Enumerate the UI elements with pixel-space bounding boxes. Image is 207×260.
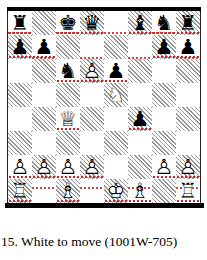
square-e2 [104, 155, 128, 179]
black-knight: ♞ [56, 59, 80, 83]
square-c5 [56, 83, 80, 107]
square-f2 [128, 155, 152, 179]
square-f6 [128, 59, 152, 83]
square-h4 [176, 107, 200, 131]
square-e1: ♚♔ [104, 179, 128, 203]
black-knight: ♞ [152, 11, 176, 35]
board-bottom-border [5, 203, 204, 208]
white-knight: ♘ [104, 83, 128, 107]
white-pawn: ♙ [80, 59, 104, 83]
black-bishop: ♝ [128, 11, 152, 35]
black-king: ♚ [56, 11, 80, 35]
square-h1: ♜♖ [176, 179, 200, 203]
square-d2: ♟♙ [80, 155, 104, 179]
square-g5 [152, 83, 176, 107]
square-h3 [176, 131, 200, 155]
square-c6: ♞ [56, 59, 80, 83]
square-f7 [128, 35, 152, 59]
square-g7: ♟ [152, 35, 176, 59]
black-pawn: ♟ [128, 107, 152, 131]
square-c8: ♚ [56, 11, 80, 35]
square-b6 [32, 59, 56, 83]
square-f5 [128, 83, 152, 107]
black-rook: ♜ [176, 11, 200, 35]
square-d4 [80, 107, 104, 131]
white-queen: ♕ [56, 107, 80, 131]
square-f4: ♟ [128, 107, 152, 131]
square-g8: ♞ [152, 11, 176, 35]
chess-board: ♜♚♛♝♞♜♟♟♟♟♞♟♙♟♞♘♛♕♟♟♙♟♙♟♙♟♙♟♙♟♙♜♖♝♗♚♔♝♗♜… [7, 11, 201, 203]
black-pawn: ♟ [152, 35, 176, 59]
white-rook: ♖ [176, 179, 200, 203]
white-pawn: ♙ [8, 155, 32, 179]
square-h7: ♟ [176, 35, 200, 59]
square-b4 [32, 107, 56, 131]
black-queen: ♛ [80, 11, 104, 35]
square-e3 [104, 131, 128, 155]
square-d6: ♟♙ [80, 59, 104, 83]
square-b7: ♟ [32, 35, 56, 59]
square-h6 [176, 59, 200, 83]
square-a2: ♟♙ [8, 155, 32, 179]
square-d1 [80, 179, 104, 203]
square-b1 [32, 179, 56, 203]
black-pawn: ♟ [176, 35, 200, 59]
black-pawn: ♟ [32, 35, 56, 59]
square-h8: ♜ [176, 11, 200, 35]
square-a5 [8, 83, 32, 107]
square-a1: ♜♖ [8, 179, 32, 203]
black-pawn: ♟ [8, 35, 32, 59]
square-c1: ♝♗ [56, 179, 80, 203]
square-h5 [176, 83, 200, 107]
square-g1 [152, 179, 176, 203]
square-b8 [32, 11, 56, 35]
caption: 15. White to move (1001W-705) [1, 234, 206, 250]
black-rook: ♜ [8, 11, 32, 35]
square-h2: ♟♙ [176, 155, 200, 179]
square-e8 [104, 11, 128, 35]
white-pawn: ♙ [32, 155, 56, 179]
square-c4: ♛♕ [56, 107, 80, 131]
white-bishop: ♗ [128, 179, 152, 203]
white-king: ♔ [104, 179, 128, 203]
white-rook: ♖ [8, 179, 32, 203]
square-a6 [8, 59, 32, 83]
square-b2: ♟♙ [32, 155, 56, 179]
square-a4 [8, 107, 32, 131]
square-e6: ♟ [104, 59, 128, 83]
square-e7 [104, 35, 128, 59]
square-e5: ♞♘ [104, 83, 128, 107]
square-a7: ♟ [8, 35, 32, 59]
white-pawn: ♙ [56, 155, 80, 179]
square-a3 [8, 131, 32, 155]
chess-diagram: ♜♚♛♝♞♜♟♟♟♟♞♟♙♟♞♘♛♕♟♟♙♟♙♟♙♟♙♟♙♟♙♜♖♝♗♚♔♝♗♜… [7, 7, 201, 208]
square-e4 [104, 107, 128, 131]
square-f3 [128, 131, 152, 155]
white-bishop: ♗ [56, 179, 80, 203]
square-d7 [80, 35, 104, 59]
white-pawn: ♙ [152, 155, 176, 179]
square-g4 [152, 107, 176, 131]
square-d5 [80, 83, 104, 107]
square-c7 [56, 35, 80, 59]
white-pawn: ♙ [176, 155, 200, 179]
square-g3 [152, 131, 176, 155]
square-d3 [80, 131, 104, 155]
black-pawn: ♟ [104, 59, 128, 83]
square-g2: ♟♙ [152, 155, 176, 179]
square-c3 [56, 131, 80, 155]
square-b5 [32, 83, 56, 107]
square-f8: ♝ [128, 11, 152, 35]
square-a8: ♜ [8, 11, 32, 35]
square-g6 [152, 59, 176, 83]
white-pawn: ♙ [80, 155, 104, 179]
square-c2: ♟♙ [56, 155, 80, 179]
square-d8: ♛ [80, 11, 104, 35]
square-b3 [32, 131, 56, 155]
square-f1: ♝♗ [128, 179, 152, 203]
